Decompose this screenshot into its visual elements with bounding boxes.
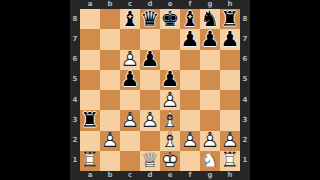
piece-white-pawn[interactable]: ♟♙ [180, 131, 200, 151]
black-king-icon: ♚ [160, 9, 180, 29]
black-bishop-icon: ♝ [120, 9, 140, 29]
file-label-g-bottom: g [200, 171, 220, 180]
piece-white-pawn[interactable]: ♟♙ [140, 110, 160, 130]
square-f2[interactable]: ♟♙ [180, 131, 200, 151]
white-knight-outline-icon: ♘ [200, 151, 220, 171]
file-label-h-bottom: h [220, 171, 240, 180]
piece-white-king[interactable]: ♚♔ [160, 151, 180, 171]
square-d1[interactable]: ♛♕ [140, 151, 160, 171]
piece-black-pawn[interactable]: ♟ [200, 29, 220, 49]
rank-label-5-right: 5 [240, 70, 250, 90]
piece-black-pawn[interactable]: ♟ [160, 70, 180, 90]
file-label-c-bottom: c [120, 171, 140, 180]
piece-black-rook[interactable]: ♜ [80, 110, 100, 130]
piece-black-pawn[interactable]: ♟ [120, 70, 140, 90]
board-corner [240, 171, 250, 180]
square-c3[interactable]: ♟♙ [120, 110, 140, 130]
chess-board: abcdefgh8♝♛♚♝♞♜87♟♟♟76♟♙♟65♟♟54♟♙43♜♟♙♟♙… [70, 0, 250, 180]
black-pawn-icon: ♟ [220, 29, 240, 49]
square-e1[interactable]: ♚♔ [160, 151, 180, 171]
square-a3[interactable]: ♜ [80, 110, 100, 130]
piece-black-king[interactable]: ♚ [160, 9, 180, 29]
square-e5[interactable]: ♟ [160, 70, 180, 90]
square-b7[interactable] [100, 29, 120, 49]
white-pawn-outline-icon: ♙ [120, 110, 140, 130]
square-a7[interactable] [80, 29, 100, 49]
white-king-outline-icon: ♔ [160, 151, 180, 171]
square-g5[interactable] [200, 70, 220, 90]
board-corner [70, 171, 80, 180]
rank-label-7-left: 7 [70, 29, 80, 49]
piece-white-queen[interactable]: ♛♕ [140, 151, 160, 171]
square-a8[interactable] [80, 9, 100, 29]
square-h5[interactable] [220, 70, 240, 90]
black-pawn-icon: ♟ [180, 29, 200, 49]
rank-label-6-right: 6 [240, 50, 250, 70]
square-g4[interactable] [200, 90, 220, 110]
square-b6[interactable] [100, 50, 120, 70]
rank-label-5-left: 5 [70, 70, 80, 90]
square-c8[interactable]: ♝ [120, 9, 140, 29]
square-d8[interactable]: ♛ [140, 9, 160, 29]
square-f1[interactable] [180, 151, 200, 171]
piece-white-knight[interactable]: ♞♘ [200, 151, 220, 171]
rank-label-3-right: 3 [240, 110, 250, 130]
square-c2[interactable] [120, 131, 140, 151]
square-g7[interactable]: ♟ [200, 29, 220, 49]
square-h6[interactable] [220, 50, 240, 70]
white-rook-outline-icon: ♖ [220, 151, 240, 171]
square-f5[interactable] [180, 70, 200, 90]
file-label-e-bottom: e [160, 171, 180, 180]
piece-white-pawn[interactable]: ♟♙ [120, 110, 140, 130]
square-b8[interactable] [100, 9, 120, 29]
file-label-f-bottom: f [180, 171, 200, 180]
rank-label-8-right: 8 [240, 9, 250, 29]
black-rook-icon: ♜ [80, 110, 100, 130]
square-a5[interactable] [80, 70, 100, 90]
rank-label-4-right: 4 [240, 90, 250, 110]
square-f6[interactable] [180, 50, 200, 70]
square-a6[interactable] [80, 50, 100, 70]
square-h4[interactable] [220, 90, 240, 110]
black-pawn-icon: ♟ [200, 29, 220, 49]
file-label-d-bottom: d [140, 171, 160, 180]
rank-label-8-left: 8 [70, 9, 80, 29]
file-label-a-bottom: a [80, 171, 100, 180]
piece-black-bishop[interactable]: ♝ [120, 9, 140, 29]
piece-white-rook[interactable]: ♜♖ [80, 151, 100, 171]
square-c5[interactable]: ♟ [120, 70, 140, 90]
square-f7[interactable]: ♟ [180, 29, 200, 49]
square-h1[interactable]: ♜♖ [220, 151, 240, 171]
piece-black-pawn[interactable]: ♟ [180, 29, 200, 49]
rank-label-7-right: 7 [240, 29, 250, 49]
square-g1[interactable]: ♞♘ [200, 151, 220, 171]
square-h7[interactable]: ♟ [220, 29, 240, 49]
black-queen-icon: ♛ [140, 9, 160, 29]
square-b4[interactable] [100, 90, 120, 110]
rank-label-1-left: 1 [70, 151, 80, 171]
rank-label-6-left: 6 [70, 50, 80, 70]
board-corner [240, 0, 250, 9]
rank-label-4-left: 4 [70, 90, 80, 110]
file-label-b-bottom: b [100, 171, 120, 180]
file-label-a-top: a [80, 0, 100, 9]
square-g6[interactable] [200, 50, 220, 70]
square-b1[interactable] [100, 151, 120, 171]
square-d3[interactable]: ♟♙ [140, 110, 160, 130]
file-label-b-top: b [100, 0, 120, 9]
rank-label-1-right: 1 [240, 151, 250, 171]
white-pawn-outline-icon: ♙ [140, 110, 160, 130]
white-pawn-outline-icon: ♙ [180, 131, 200, 151]
white-queen-outline-icon: ♕ [140, 151, 160, 171]
letterbox-background: abcdefgh8♝♛♚♝♞♜87♟♟♟76♟♙♟65♟♟54♟♙43♜♟♙♟♙… [0, 0, 320, 180]
square-e8[interactable]: ♚ [160, 9, 180, 29]
white-pawn-outline-icon: ♙ [100, 131, 120, 151]
black-pawn-icon: ♟ [160, 70, 180, 90]
square-d6[interactable]: ♟ [140, 50, 160, 70]
black-pawn-icon: ♟ [140, 50, 160, 70]
rank-label-3-left: 3 [70, 110, 80, 130]
piece-black-pawn[interactable]: ♟ [140, 50, 160, 70]
piece-black-queen[interactable]: ♛ [140, 9, 160, 29]
board-corner [70, 0, 80, 9]
rank-label-2-left: 2 [70, 131, 80, 151]
square-b5[interactable] [100, 70, 120, 90]
piece-white-pawn[interactable]: ♟♙ [100, 131, 120, 151]
piece-white-rook[interactable]: ♜♖ [220, 151, 240, 171]
square-a1[interactable]: ♜♖ [80, 151, 100, 171]
rank-label-2-right: 2 [240, 131, 250, 151]
black-pawn-icon: ♟ [120, 70, 140, 90]
square-d5[interactable] [140, 70, 160, 90]
square-f4[interactable] [180, 90, 200, 110]
white-rook-outline-icon: ♖ [80, 151, 100, 171]
square-c1[interactable] [120, 151, 140, 171]
square-e7[interactable] [160, 29, 180, 49]
square-b2[interactable]: ♟♙ [100, 131, 120, 151]
piece-black-pawn[interactable]: ♟ [220, 29, 240, 49]
